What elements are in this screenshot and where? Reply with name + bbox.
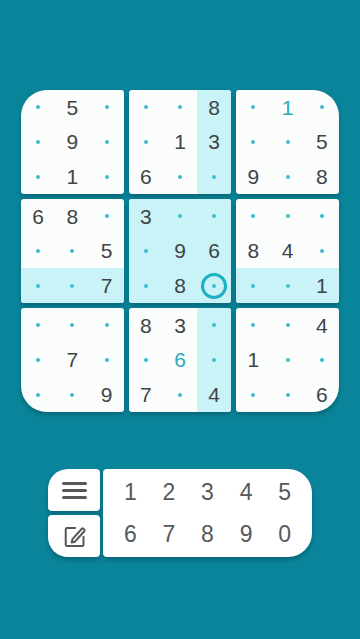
empty-cell-dot bbox=[251, 214, 255, 218]
cell-r3c3[interactable] bbox=[89, 159, 123, 194]
empty-cell-dot bbox=[105, 140, 109, 144]
given-digit: 5 bbox=[101, 240, 113, 261]
given-digit: 6 bbox=[140, 166, 152, 187]
cell-r9c7[interactable] bbox=[236, 377, 270, 412]
block-1: 591 bbox=[21, 90, 124, 194]
given-digit: 1 bbox=[66, 166, 78, 187]
digit-1-button[interactable]: 1 bbox=[111, 471, 150, 513]
given-digit: 1 bbox=[174, 131, 186, 152]
cell-r5c5[interactable]: 9 bbox=[163, 234, 197, 269]
cell-r2c6[interactable]: 3 bbox=[197, 125, 231, 160]
empty-cell-dot bbox=[36, 284, 40, 288]
given-digit: 8 bbox=[208, 97, 220, 118]
cell-r9c4[interactable]: 7 bbox=[129, 377, 163, 412]
given-digit: 7 bbox=[66, 349, 78, 370]
cell-r3c2[interactable]: 1 bbox=[55, 159, 89, 194]
cell-r1c4[interactable] bbox=[129, 90, 163, 125]
cell-r2c8[interactable] bbox=[271, 125, 305, 160]
block-8: 83674 bbox=[129, 308, 232, 412]
cell-r2c9[interactable]: 5 bbox=[305, 125, 339, 160]
cell-r6c9[interactable]: 1 bbox=[305, 268, 339, 303]
cell-r6c7[interactable] bbox=[236, 268, 270, 303]
cell-r1c1[interactable] bbox=[21, 90, 55, 125]
empty-cell-dot bbox=[36, 175, 40, 179]
given-digit: 6 bbox=[32, 206, 44, 227]
cell-r5c3[interactable]: 5 bbox=[89, 234, 123, 269]
given-digit: 1 bbox=[248, 349, 260, 370]
cell-r9c1[interactable] bbox=[21, 377, 55, 412]
empty-cell-dot bbox=[36, 393, 40, 397]
cell-r9c9[interactable]: 6 bbox=[305, 377, 339, 412]
given-digit: 8 bbox=[66, 206, 78, 227]
given-digit: 7 bbox=[140, 384, 152, 405]
keypad: 1 2 3 4 5 6 7 8 9 0 bbox=[48, 469, 312, 557]
cell-r1c5[interactable] bbox=[163, 90, 197, 125]
empty-cell-dot bbox=[178, 105, 182, 109]
digit-0-button[interactable]: 0 bbox=[265, 513, 304, 555]
empty-cell-dot bbox=[286, 284, 290, 288]
given-digit: 6 bbox=[316, 384, 328, 405]
cell-r7c7[interactable] bbox=[236, 308, 270, 343]
cell-r9c3[interactable]: 9 bbox=[89, 377, 123, 412]
cell-r6c4[interactable] bbox=[129, 268, 163, 303]
cell-r7c1[interactable] bbox=[21, 308, 55, 343]
cell-r5c9[interactable] bbox=[305, 234, 339, 269]
cell-r2c2[interactable]: 9 bbox=[55, 125, 89, 160]
hamburger-icon bbox=[62, 482, 87, 499]
empty-cell-dot bbox=[36, 323, 40, 327]
empty-cell-dot bbox=[36, 358, 40, 362]
given-digit: 9 bbox=[174, 240, 186, 261]
empty-cell-dot bbox=[178, 214, 182, 218]
given-digit: 3 bbox=[208, 131, 220, 152]
empty-cell-dot bbox=[251, 105, 255, 109]
empty-cell-dot bbox=[286, 140, 290, 144]
cell-r4c1[interactable]: 6 bbox=[21, 199, 55, 234]
cell-r2c4[interactable] bbox=[129, 125, 163, 160]
block-9: 416 bbox=[236, 308, 339, 412]
empty-cell-dot bbox=[70, 249, 74, 253]
cell-r1c2[interactable]: 5 bbox=[55, 90, 89, 125]
empty-cell-dot bbox=[70, 393, 74, 397]
cell-r6c8[interactable] bbox=[271, 268, 305, 303]
empty-cell-dot bbox=[251, 393, 255, 397]
cell-r5c6[interactable]: 6 bbox=[197, 234, 231, 269]
block-6: 841 bbox=[236, 199, 339, 303]
cell-r5c2[interactable] bbox=[55, 234, 89, 269]
cell-r7c6[interactable] bbox=[197, 308, 231, 343]
cell-r7c8[interactable] bbox=[271, 308, 305, 343]
cell-r8c2[interactable]: 7 bbox=[55, 343, 89, 378]
cell-r9c5[interactable] bbox=[163, 377, 197, 412]
empty-cell-dot bbox=[144, 105, 148, 109]
empty-cell-dot bbox=[251, 323, 255, 327]
user-digit: 6 bbox=[174, 349, 186, 370]
block-3: 1598 bbox=[236, 90, 339, 194]
cell-r1c3[interactable] bbox=[89, 90, 123, 125]
cell-r7c3[interactable] bbox=[89, 308, 123, 343]
cell-r5c7[interactable]: 8 bbox=[236, 234, 270, 269]
given-digit: 1 bbox=[316, 275, 328, 296]
empty-cell-dot bbox=[212, 358, 216, 362]
empty-cell-dot bbox=[105, 358, 109, 362]
cell-r9c8[interactable] bbox=[271, 377, 305, 412]
given-digit: 3 bbox=[174, 315, 186, 336]
given-digit: 5 bbox=[316, 131, 328, 152]
digit-3-button[interactable]: 3 bbox=[188, 471, 227, 513]
cell-r4c9[interactable] bbox=[305, 199, 339, 234]
given-digit: 9 bbox=[101, 384, 113, 405]
digit-8-button[interactable]: 8 bbox=[188, 513, 227, 555]
cell-r8c8[interactable] bbox=[271, 343, 305, 378]
cell-r8c9[interactable] bbox=[305, 343, 339, 378]
empty-cell-dot bbox=[320, 214, 324, 218]
cell-r8c3[interactable] bbox=[89, 343, 123, 378]
cell-r7c2[interactable] bbox=[55, 308, 89, 343]
empty-cell-dot bbox=[320, 358, 324, 362]
notes-button[interactable] bbox=[48, 515, 100, 557]
cell-r3c7[interactable]: 9 bbox=[236, 159, 270, 194]
menu-button[interactable] bbox=[48, 469, 100, 511]
selection-ring bbox=[201, 273, 227, 299]
cell-r2c1[interactable] bbox=[21, 125, 55, 160]
empty-cell-dot bbox=[36, 249, 40, 253]
number-pad: 1 2 3 4 5 6 7 8 9 0 bbox=[103, 469, 312, 557]
empty-cell-dot bbox=[144, 140, 148, 144]
given-digit: 7 bbox=[101, 275, 113, 296]
cell-r6c1[interactable] bbox=[21, 268, 55, 303]
empty-cell-dot bbox=[212, 175, 216, 179]
cell-r5c4[interactable] bbox=[129, 234, 163, 269]
cell-r6c2[interactable] bbox=[55, 268, 89, 303]
cell-r7c5[interactable]: 3 bbox=[163, 308, 197, 343]
empty-cell-dot bbox=[105, 214, 109, 218]
cell-r3c8[interactable] bbox=[271, 159, 305, 194]
given-digit: 3 bbox=[140, 206, 152, 227]
cell-r8c5[interactable]: 6 bbox=[163, 343, 197, 378]
empty-cell-dot bbox=[286, 358, 290, 362]
empty-cell-dot bbox=[251, 140, 255, 144]
empty-cell-dot bbox=[286, 393, 290, 397]
edit-icon bbox=[61, 523, 88, 550]
cell-r8c1[interactable] bbox=[21, 343, 55, 378]
empty-cell-dot bbox=[144, 249, 148, 253]
cell-r5c8[interactable]: 4 bbox=[271, 234, 305, 269]
empty-cell-dot bbox=[212, 214, 216, 218]
sudoku-app-screen: 59181361598685739688417983674416 1 2 3 4… bbox=[0, 0, 360, 639]
block-7: 79 bbox=[21, 308, 124, 412]
cell-r3c9[interactable]: 8 bbox=[305, 159, 339, 194]
cell-r8c4[interactable] bbox=[129, 343, 163, 378]
cell-r9c6[interactable]: 4 bbox=[197, 377, 231, 412]
given-digit: 6 bbox=[208, 240, 220, 261]
cell-r3c1[interactable] bbox=[21, 159, 55, 194]
given-digit: 9 bbox=[66, 131, 78, 152]
empty-cell-dot bbox=[320, 249, 324, 253]
cell-r4c3[interactable] bbox=[89, 199, 123, 234]
cell-r6c6[interactable] bbox=[197, 268, 231, 303]
empty-cell-dot bbox=[178, 393, 182, 397]
empty-cell-dot bbox=[105, 323, 109, 327]
empty-cell-dot bbox=[286, 175, 290, 179]
given-digit: 8 bbox=[174, 275, 186, 296]
empty-cell-dot bbox=[286, 214, 290, 218]
given-digit: 4 bbox=[316, 315, 328, 336]
cell-r6c5[interactable]: 8 bbox=[163, 268, 197, 303]
empty-cell-dot bbox=[36, 105, 40, 109]
empty-cell-dot bbox=[178, 175, 182, 179]
given-digit: 8 bbox=[248, 240, 260, 261]
cell-r4c4[interactable]: 3 bbox=[129, 199, 163, 234]
given-digit: 9 bbox=[248, 166, 260, 187]
cell-r4c5[interactable] bbox=[163, 199, 197, 234]
digit-9-button[interactable]: 9 bbox=[227, 513, 266, 555]
empty-cell-dot bbox=[144, 284, 148, 288]
cell-r1c9[interactable] bbox=[305, 90, 339, 125]
empty-cell-dot bbox=[251, 284, 255, 288]
cell-r4c8[interactable] bbox=[271, 199, 305, 234]
empty-cell-dot bbox=[105, 175, 109, 179]
keypad-side-column bbox=[48, 469, 100, 557]
given-digit: 8 bbox=[140, 315, 152, 336]
cell-r3c4[interactable]: 6 bbox=[129, 159, 163, 194]
block-5: 3968 bbox=[129, 199, 232, 303]
cell-r1c7[interactable] bbox=[236, 90, 270, 125]
given-digit: 4 bbox=[208, 384, 220, 405]
empty-cell-dot bbox=[105, 105, 109, 109]
cell-r7c9[interactable]: 4 bbox=[305, 308, 339, 343]
cell-r3c6[interactable] bbox=[197, 159, 231, 194]
cell-r7c4[interactable]: 8 bbox=[129, 308, 163, 343]
user-digit: 1 bbox=[282, 97, 294, 118]
cell-r9c2[interactable] bbox=[55, 377, 89, 412]
block-2: 8136 bbox=[129, 90, 232, 194]
cell-r8c7[interactable]: 1 bbox=[236, 343, 270, 378]
sudoku-board: 59181361598685739688417983674416 bbox=[21, 90, 339, 412]
given-digit: 5 bbox=[66, 97, 78, 118]
cell-r2c5[interactable]: 1 bbox=[163, 125, 197, 160]
cell-r3c5[interactable] bbox=[163, 159, 197, 194]
digit-7-button[interactable]: 7 bbox=[150, 513, 189, 555]
empty-cell-dot bbox=[70, 323, 74, 327]
cell-r6c3[interactable]: 7 bbox=[89, 268, 123, 303]
cell-r8c6[interactable] bbox=[197, 343, 231, 378]
digit-2-button[interactable]: 2 bbox=[150, 471, 189, 513]
cell-r2c3[interactable] bbox=[89, 125, 123, 160]
empty-cell-dot bbox=[320, 105, 324, 109]
cell-r5c1[interactable] bbox=[21, 234, 55, 269]
empty-cell-dot bbox=[36, 140, 40, 144]
empty-cell-dot bbox=[70, 284, 74, 288]
empty-cell-dot bbox=[212, 323, 216, 327]
digit-5-button[interactable]: 5 bbox=[265, 471, 304, 513]
cell-r4c2[interactable]: 8 bbox=[55, 199, 89, 234]
cell-r1c6[interactable]: 8 bbox=[197, 90, 231, 125]
cell-r1c8[interactable]: 1 bbox=[271, 90, 305, 125]
cell-r4c6[interactable] bbox=[197, 199, 231, 234]
digit-4-button[interactable]: 4 bbox=[227, 471, 266, 513]
block-4: 6857 bbox=[21, 199, 124, 303]
given-digit: 8 bbox=[316, 166, 328, 187]
digit-6-button[interactable]: 6 bbox=[111, 513, 150, 555]
cell-r4c7[interactable] bbox=[236, 199, 270, 234]
empty-cell-dot bbox=[144, 358, 148, 362]
cell-r2c7[interactable] bbox=[236, 125, 270, 160]
given-digit: 4 bbox=[282, 240, 294, 261]
empty-cell-dot bbox=[286, 323, 290, 327]
